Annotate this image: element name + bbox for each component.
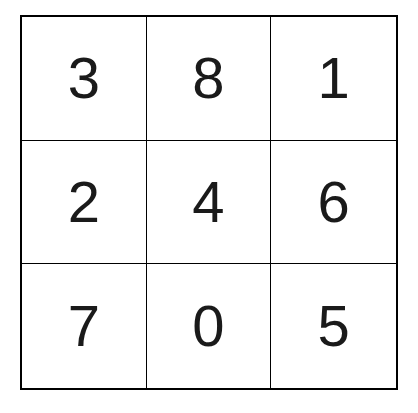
cell-r0c0[interactable]: 3 — [22, 17, 147, 141]
cell-r1c1[interactable]: 4 — [147, 141, 272, 265]
cell-r0c2[interactable]: 1 — [271, 17, 396, 141]
cell-r2c1[interactable]: 0 — [147, 264, 272, 388]
cell-r1c2[interactable]: 6 — [271, 141, 396, 265]
number-grid-board: 3 8 1 2 4 6 7 0 5 — [20, 15, 398, 390]
cell-r0c1[interactable]: 8 — [147, 17, 272, 141]
cell-r1c0[interactable]: 2 — [22, 141, 147, 265]
cell-r2c0[interactable]: 7 — [22, 264, 147, 388]
cell-r2c2[interactable]: 5 — [271, 264, 396, 388]
